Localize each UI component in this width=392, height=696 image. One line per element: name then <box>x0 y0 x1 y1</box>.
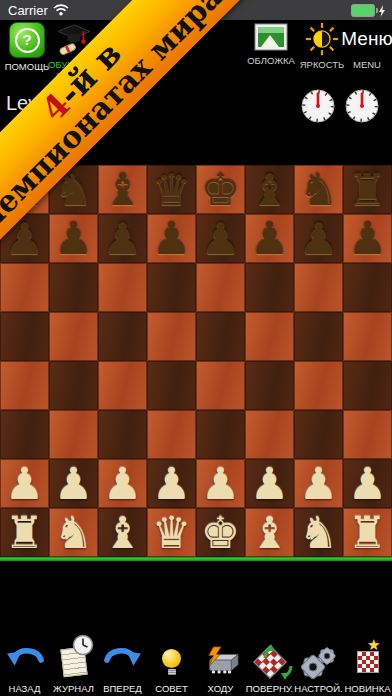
square-a5[interactable] <box>0 312 49 361</box>
square-h4[interactable] <box>343 361 392 410</box>
square-d8[interactable]: ♛ <box>147 165 196 214</box>
menu-title: Меню <box>341 22 392 56</box>
piece-black-bishop-f8[interactable]: ♝ <box>250 165 289 214</box>
settings-button[interactable]: НАСТРОЙ. <box>294 638 343 696</box>
help-icon: ? <box>9 22 45 58</box>
undo-arrow-icon <box>4 645 46 679</box>
square-c4[interactable] <box>98 361 147 410</box>
cover-label: ОБЛОЖКА <box>247 55 295 66</box>
piece-black-king-e8[interactable]: ♚ <box>201 165 240 214</box>
piece-black-pawn-h7[interactable]: ♟ <box>348 214 387 263</box>
journal-button[interactable]: ЖУРНАЛ <box>49 638 98 696</box>
square-b1[interactable]: ♞ <box>49 508 98 557</box>
square-b7[interactable]: ♟ <box>49 214 98 263</box>
square-g4[interactable] <box>294 361 343 410</box>
help-button[interactable]: ? ПОМОЩЬ <box>4 22 50 72</box>
carrier-label: Carrier <box>8 3 48 18</box>
forward-label: ВПЕРЕД <box>103 683 142 694</box>
piece-white-pawn-e2[interactable]: ♟ <box>201 459 240 508</box>
square-f2[interactable]: ♟ <box>245 459 294 508</box>
square-g5[interactable] <box>294 312 343 361</box>
piece-white-pawn-f2[interactable]: ♟ <box>250 459 289 508</box>
wifi-icon <box>53 4 69 16</box>
board-bottom-highlight <box>0 557 392 561</box>
lightbulb-icon <box>162 642 182 682</box>
piece-black-pawn-f7[interactable]: ♟ <box>250 214 289 263</box>
help-label: ПОМОЩЬ <box>5 61 50 72</box>
hint-label: СОВЕТ <box>155 683 188 694</box>
square-a4[interactable] <box>0 361 49 410</box>
square-g7[interactable]: ♟ <box>294 214 343 263</box>
square-f8[interactable]: ♝ <box>245 165 294 214</box>
square-b2[interactable]: ♟ <box>49 459 98 508</box>
square-h3[interactable] <box>343 410 392 459</box>
piece-white-knight-g1[interactable]: ♞ <box>299 508 338 557</box>
piece-black-rook-h8[interactable]: ♜ <box>348 165 387 214</box>
piece-white-pawn-g2[interactable]: ♟ <box>299 459 338 508</box>
brightness-button[interactable]: ЯРКОСТЬ <box>298 22 346 70</box>
star-icon: ★ <box>367 636 380 654</box>
piece-white-pawn-a2[interactable]: ♟ <box>5 459 44 508</box>
piece-white-knight-b1[interactable]: ♞ <box>54 508 93 557</box>
square-d4[interactable] <box>147 361 196 410</box>
make-move-label: ХОДУ <box>208 683 234 694</box>
piece-black-pawn-d7[interactable]: ♟ <box>152 214 191 263</box>
square-c5[interactable] <box>98 312 147 361</box>
piece-white-rook-h1[interactable]: ♜ <box>348 508 387 557</box>
square-a6[interactable] <box>0 263 49 312</box>
square-c1[interactable]: ♝ <box>98 508 147 557</box>
square-h1[interactable]: ♜ <box>343 508 392 557</box>
square-c6[interactable] <box>98 263 147 312</box>
square-g8[interactable]: ♞ <box>294 165 343 214</box>
square-g6[interactable] <box>294 263 343 312</box>
square-f4[interactable] <box>245 361 294 410</box>
piece-black-pawn-b7[interactable]: ♟ <box>54 214 93 263</box>
piece-black-bishop-c8[interactable]: ♝ <box>103 165 142 214</box>
piece-black-pawn-e7[interactable]: ♟ <box>201 214 240 263</box>
square-e8[interactable]: ♚ <box>196 165 245 214</box>
square-c2[interactable]: ♟ <box>98 459 147 508</box>
piece-white-bishop-f1[interactable]: ♝ <box>250 508 289 557</box>
square-d1[interactable]: ♛ <box>147 508 196 557</box>
square-g2[interactable]: ♟ <box>294 459 343 508</box>
piece-white-bishop-c1[interactable]: ♝ <box>103 508 142 557</box>
white-player-clock-icon <box>300 88 336 124</box>
picture-icon <box>254 22 288 52</box>
square-f7[interactable]: ♟ <box>245 214 294 263</box>
back-label: НАЗАД <box>9 683 41 694</box>
rotate-board-icon <box>258 642 282 682</box>
black-player-clock-icon <box>344 88 380 124</box>
square-f5[interactable] <box>245 312 294 361</box>
square-c3[interactable] <box>98 410 147 459</box>
menu-button[interactable]: Меню MENU <box>344 22 390 70</box>
square-e1[interactable]: ♚ <box>196 508 245 557</box>
make-move-button[interactable]: ХОДУ <box>196 638 245 696</box>
charging-bolt-icon <box>378 5 386 17</box>
brightness-sun-icon <box>304 22 340 56</box>
square-e2[interactable]: ♟ <box>196 459 245 508</box>
bottom-toolbar: НАЗАД ЖУРНАЛ ВПЕРЕД <box>0 638 392 696</box>
piece-white-pawn-c2[interactable]: ♟ <box>103 459 142 508</box>
chess-board: ♜♞♝♛♚♝♞♜♟♟♟♟♟♟♟♟♟♟♟♟♟♟♟♟♜♞♝♛♚♝♞♜ <box>0 165 392 557</box>
piece-black-pawn-c7[interactable]: ♟ <box>103 214 142 263</box>
square-e7[interactable]: ♟ <box>196 214 245 263</box>
square-b6[interactable] <box>49 263 98 312</box>
chip-lightning-icon <box>201 645 241 679</box>
square-h7[interactable]: ♟ <box>343 214 392 263</box>
whats-new-label: НОВИНКА <box>344 683 390 694</box>
square-a2[interactable]: ♟ <box>0 459 49 508</box>
hint-button[interactable]: СОВЕТ <box>147 638 196 696</box>
square-g1[interactable]: ♞ <box>294 508 343 557</box>
square-d5[interactable] <box>147 312 196 361</box>
piece-white-queen-d1[interactable]: ♛ <box>152 508 191 557</box>
redo-arrow-icon <box>102 645 144 679</box>
board-star-icon: ★ <box>357 642 379 682</box>
journal-label: ЖУРНАЛ <box>53 683 94 694</box>
square-b3[interactable] <box>49 410 98 459</box>
square-h2[interactable]: ♟ <box>343 459 392 508</box>
chess-app-screen: Carrier ? ПОМОЩЬ О <box>0 0 392 696</box>
square-h6[interactable] <box>343 263 392 312</box>
journal-icon <box>62 642 86 682</box>
square-c8[interactable]: ♝ <box>98 165 147 214</box>
piece-white-rook-a1[interactable]: ♜ <box>5 508 44 557</box>
square-g3[interactable] <box>294 410 343 459</box>
square-b4[interactable] <box>49 361 98 410</box>
whats-new-button[interactable]: ★ НОВИНКА <box>343 638 392 696</box>
gears-icon <box>299 644 339 680</box>
square-h8[interactable]: ♜ <box>343 165 392 214</box>
rotate-board-button[interactable]: ПОВЕРНУ. <box>245 638 294 696</box>
square-f3[interactable] <box>245 410 294 459</box>
square-f6[interactable] <box>245 263 294 312</box>
square-e6[interactable] <box>196 263 245 312</box>
cover-button[interactable]: ОБЛОЖКА <box>244 22 298 66</box>
square-f1[interactable]: ♝ <box>245 508 294 557</box>
piece-black-knight-g8[interactable]: ♞ <box>299 165 338 214</box>
square-a1[interactable]: ♜ <box>0 508 49 557</box>
square-d2[interactable]: ♟ <box>147 459 196 508</box>
menu-label: MENU <box>353 59 381 70</box>
settings-label: НАСТРОЙ. <box>294 683 342 694</box>
square-d6[interactable] <box>147 263 196 312</box>
piece-white-pawn-d2[interactable]: ♟ <box>152 459 191 508</box>
piece-white-pawn-h2[interactable]: ♟ <box>348 459 387 508</box>
square-h5[interactable] <box>343 312 392 361</box>
piece-black-pawn-g7[interactable]: ♟ <box>299 214 338 263</box>
back-button[interactable]: НАЗАД <box>0 638 49 696</box>
square-b5[interactable] <box>49 312 98 361</box>
battery-icon <box>351 4 386 17</box>
piece-white-king-e1[interactable]: ♚ <box>201 508 240 557</box>
square-e3[interactable] <box>196 410 245 459</box>
square-d7[interactable]: ♟ <box>147 214 196 263</box>
piece-white-pawn-b2[interactable]: ♟ <box>54 459 93 508</box>
square-d3[interactable] <box>147 410 196 459</box>
forward-button[interactable]: ВПЕРЕД <box>98 638 147 696</box>
square-e4[interactable] <box>196 361 245 410</box>
square-a3[interactable] <box>0 410 49 459</box>
square-e5[interactable] <box>196 312 245 361</box>
rotate-board-label: ПОВЕРНУ. <box>246 683 294 694</box>
square-c7[interactable]: ♟ <box>98 214 147 263</box>
brightness-label: ЯРКОСТЬ <box>300 59 345 70</box>
piece-black-queen-d8[interactable]: ♛ <box>152 165 191 214</box>
